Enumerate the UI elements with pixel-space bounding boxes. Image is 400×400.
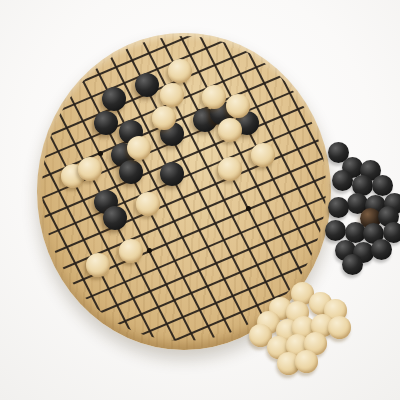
white-stone <box>86 253 110 277</box>
white-stone <box>136 192 160 216</box>
black-stone <box>102 87 126 111</box>
white-stone <box>160 83 184 107</box>
hoshi-dot <box>98 151 103 156</box>
pile-stone-white <box>328 316 351 339</box>
hoshi-dot <box>147 248 152 253</box>
black-stone <box>94 111 118 135</box>
pile-stone-black <box>371 239 392 260</box>
pile-stone-black <box>325 220 346 241</box>
hoshi-dot <box>246 206 251 211</box>
white-stone <box>251 143 275 167</box>
black-stone <box>103 206 127 230</box>
board-grid-surface <box>42 36 326 341</box>
pile-stone-black <box>328 197 349 218</box>
white-stone <box>78 157 102 181</box>
white-stone <box>127 136 151 160</box>
black-stone <box>160 162 184 186</box>
white-stone <box>152 106 176 130</box>
pile-stone-white <box>295 350 318 373</box>
photo-stage <box>0 0 400 400</box>
black-stone <box>119 160 143 184</box>
pile-stone-black <box>372 175 393 196</box>
white-stone <box>218 157 242 181</box>
white-stone <box>218 118 242 142</box>
black-stone <box>135 73 159 97</box>
pile-stone-black <box>342 254 363 275</box>
white-stone <box>119 239 143 263</box>
white-stone <box>168 59 192 83</box>
pile-stone-black <box>332 170 353 191</box>
white-stone <box>202 85 226 109</box>
